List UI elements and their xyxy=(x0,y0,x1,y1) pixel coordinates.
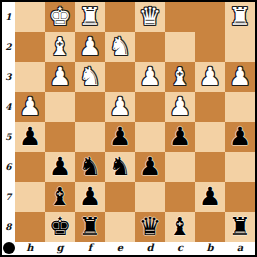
white-bishop: ♝ xyxy=(169,62,191,92)
black-knight: ♞ xyxy=(79,152,101,182)
square-g5[interactable] xyxy=(45,122,75,152)
file-label-c: c xyxy=(165,242,195,255)
white-pawn: ♟ xyxy=(139,62,161,92)
square-d3[interactable]: ♟ xyxy=(135,62,165,92)
square-e3[interactable] xyxy=(105,62,135,92)
black-knight: ♞ xyxy=(109,152,131,182)
rank-labels: 12345678 xyxy=(2,2,15,242)
white-pawn: ♟ xyxy=(169,92,191,122)
square-f4[interactable] xyxy=(75,92,105,122)
square-b7[interactable]: ♟ xyxy=(195,182,225,212)
file-labels: hgfedcba xyxy=(15,242,255,255)
square-a2[interactable] xyxy=(225,32,255,62)
white-pawn: ♟ xyxy=(229,62,251,92)
file-label-e: e xyxy=(105,242,135,255)
white-bishop: ♝ xyxy=(49,32,71,62)
chess-board: ♚♜♛♜♝♟♞♟♞♟♝♟♟♟♟♟♟♟♟♟♟♞♞♟♝♟♟♚♜♛♝♜ xyxy=(15,2,255,242)
square-h6[interactable] xyxy=(15,152,45,182)
file-label-h: h xyxy=(15,242,45,255)
square-b1[interactable] xyxy=(195,2,225,32)
rank-label-6: 6 xyxy=(2,152,15,182)
black-bishop: ♝ xyxy=(49,182,71,212)
black-rook: ♜ xyxy=(79,212,101,242)
square-e5[interactable]: ♟ xyxy=(105,122,135,152)
black-pawn: ♟ xyxy=(229,122,251,152)
square-c7[interactable] xyxy=(165,182,195,212)
square-a1[interactable]: ♜ xyxy=(225,2,255,32)
file-label-d: d xyxy=(135,242,165,255)
black-pawn: ♟ xyxy=(19,122,41,152)
square-e4[interactable]: ♟ xyxy=(105,92,135,122)
black-king: ♚ xyxy=(49,212,71,242)
square-e1[interactable] xyxy=(105,2,135,32)
black-pawn: ♟ xyxy=(49,152,71,182)
black-queen: ♛ xyxy=(139,212,161,242)
square-a7[interactable] xyxy=(225,182,255,212)
square-d7[interactable] xyxy=(135,182,165,212)
square-g6[interactable]: ♟ xyxy=(45,152,75,182)
square-d2[interactable] xyxy=(135,32,165,62)
white-pawn: ♟ xyxy=(199,62,221,92)
square-a6[interactable] xyxy=(225,152,255,182)
square-f2[interactable]: ♟ xyxy=(75,32,105,62)
rank-label-7: 7 xyxy=(2,182,15,212)
white-pawn: ♟ xyxy=(49,62,71,92)
square-g8[interactable]: ♚ xyxy=(45,212,75,242)
white-knight: ♞ xyxy=(79,62,101,92)
square-h7[interactable] xyxy=(15,182,45,212)
square-g1[interactable]: ♚ xyxy=(45,2,75,32)
square-b4[interactable] xyxy=(195,92,225,122)
rank-label-8: 8 xyxy=(2,212,15,242)
rank-label-1: 1 xyxy=(2,2,15,32)
square-c6[interactable] xyxy=(165,152,195,182)
white-pawn: ♟ xyxy=(109,92,131,122)
file-label-b: b xyxy=(195,242,225,255)
square-e7[interactable] xyxy=(105,182,135,212)
square-c1[interactable] xyxy=(165,2,195,32)
square-h1[interactable] xyxy=(15,2,45,32)
square-h4[interactable]: ♟ xyxy=(15,92,45,122)
black-pawn: ♟ xyxy=(79,182,101,212)
square-f5[interactable] xyxy=(75,122,105,152)
square-b5[interactable] xyxy=(195,122,225,152)
black-pawn: ♟ xyxy=(109,122,131,152)
white-rook: ♜ xyxy=(79,2,101,32)
square-d4[interactable] xyxy=(135,92,165,122)
square-f3[interactable]: ♞ xyxy=(75,62,105,92)
square-f6[interactable]: ♞ xyxy=(75,152,105,182)
square-g2[interactable]: ♝ xyxy=(45,32,75,62)
black-pawn: ♟ xyxy=(139,152,161,182)
square-h5[interactable]: ♟ xyxy=(15,122,45,152)
chess-diagram: 12345678 ♚♜♛♜♝♟♞♟♞♟♝♟♟♟♟♟♟♟♟♟♟♞♞♟♝♟♟♚♜♛♝… xyxy=(0,0,257,257)
black-pawn: ♟ xyxy=(169,122,191,152)
rank-label-3: 3 xyxy=(2,62,15,92)
square-g4[interactable] xyxy=(45,92,75,122)
square-f1[interactable]: ♜ xyxy=(75,2,105,32)
file-label-g: g xyxy=(45,242,75,255)
square-b6[interactable] xyxy=(195,152,225,182)
square-c8[interactable]: ♝ xyxy=(165,212,195,242)
rank-label-5: 5 xyxy=(2,122,15,152)
white-queen: ♛ xyxy=(139,2,161,32)
rank-label-4: 4 xyxy=(2,92,15,122)
black-bishop: ♝ xyxy=(169,212,191,242)
square-e6[interactable]: ♞ xyxy=(105,152,135,182)
square-c3[interactable]: ♝ xyxy=(165,62,195,92)
white-pawn: ♟ xyxy=(19,92,41,122)
square-d5[interactable] xyxy=(135,122,165,152)
square-h2[interactable] xyxy=(15,32,45,62)
square-c4[interactable]: ♟ xyxy=(165,92,195,122)
white-rook: ♜ xyxy=(229,2,251,32)
square-g7[interactable]: ♝ xyxy=(45,182,75,212)
white-king: ♚ xyxy=(49,2,71,32)
square-b3[interactable]: ♟ xyxy=(195,62,225,92)
square-a4[interactable] xyxy=(225,92,255,122)
square-c5[interactable]: ♟ xyxy=(165,122,195,152)
square-e8[interactable] xyxy=(105,212,135,242)
square-f7[interactable]: ♟ xyxy=(75,182,105,212)
white-knight: ♞ xyxy=(109,32,131,62)
square-h3[interactable] xyxy=(15,62,45,92)
square-d8[interactable]: ♛ xyxy=(135,212,165,242)
square-a3[interactable]: ♟ xyxy=(225,62,255,92)
square-g3[interactable]: ♟ xyxy=(45,62,75,92)
square-h8[interactable] xyxy=(15,212,45,242)
black-to-move-indicator xyxy=(3,242,15,254)
square-d6[interactable]: ♟ xyxy=(135,152,165,182)
rank-label-2: 2 xyxy=(2,32,15,62)
file-label-a: a xyxy=(225,242,255,255)
file-label-f: f xyxy=(75,242,105,255)
square-a8[interactable]: ♜ xyxy=(225,212,255,242)
square-a5[interactable]: ♟ xyxy=(225,122,255,152)
square-b2[interactable] xyxy=(195,32,225,62)
square-e2[interactable]: ♞ xyxy=(105,32,135,62)
black-rook: ♜ xyxy=(229,212,251,242)
square-b8[interactable] xyxy=(195,212,225,242)
white-pawn: ♟ xyxy=(79,32,101,62)
square-c2[interactable] xyxy=(165,32,195,62)
square-d1[interactable]: ♛ xyxy=(135,2,165,32)
square-f8[interactable]: ♜ xyxy=(75,212,105,242)
black-pawn: ♟ xyxy=(199,182,221,212)
